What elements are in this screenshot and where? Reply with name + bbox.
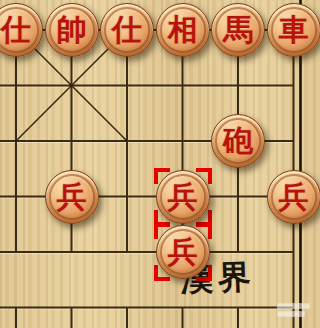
piece-red-soldier[interactable]: 兵 <box>45 170 99 224</box>
piece-glyph: 兵 <box>279 182 309 212</box>
piece-red-advisor[interactable]: 仕 <box>100 3 154 57</box>
piece-red-cannon[interactable]: 砲 <box>211 114 265 168</box>
piece-glyph: 仕 <box>112 15 142 45</box>
piece-glyph: 馬 <box>223 15 253 45</box>
piece-red-chariot[interactable]: 車 <box>267 3 320 57</box>
xiangqi-board[interactable]: 漢界 仕帥仕相馬車砲兵兵兵兵 <box>0 0 320 328</box>
piece-red-advisor[interactable]: 仕 <box>0 3 43 57</box>
piece-glyph: 兵 <box>57 182 87 212</box>
piece-glyph: 車 <box>279 15 309 45</box>
piece-red-soldier[interactable]: 兵 <box>267 170 320 224</box>
piece-red-general[interactable]: 帥 <box>45 3 99 57</box>
piece-red-horse[interactable]: 馬 <box>211 3 265 57</box>
piece-glyph: 砲 <box>223 126 253 156</box>
piece-glyph: 仕 <box>1 15 31 45</box>
piece-glyph: 相 <box>168 15 198 45</box>
piece-red-elephant[interactable]: 相 <box>156 3 210 57</box>
piece-glyph: 兵 <box>168 237 198 267</box>
watermark <box>277 302 310 318</box>
piece-glyph: 帥 <box>57 15 87 45</box>
piece-grid: 仕帥仕相馬車砲兵兵兵兵 <box>0 2 320 328</box>
piece-glyph: 兵 <box>168 182 198 212</box>
piece-red-soldier[interactable]: 兵 <box>156 225 210 279</box>
piece-red-soldier[interactable]: 兵 <box>156 170 210 224</box>
